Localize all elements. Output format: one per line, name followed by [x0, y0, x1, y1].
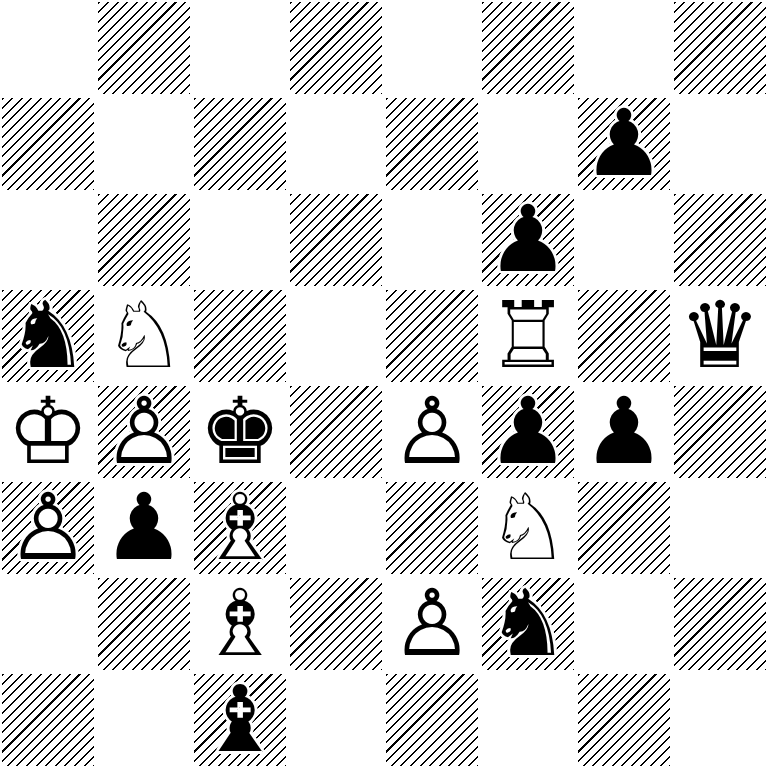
square-a5[interactable]: ♞♞	[0, 288, 96, 384]
black-knight-icon: ♞	[7, 288, 89, 384]
black-knight-icon: ♞	[487, 576, 569, 672]
white-king[interactable]: ♚♔	[0, 384, 96, 480]
square-g7[interactable]: ♟♟	[576, 96, 672, 192]
square-a3[interactable]: ♟♙	[0, 480, 96, 576]
square-b7[interactable]	[96, 96, 192, 192]
square-b4[interactable]: ♟♙	[96, 384, 192, 480]
square-h4[interactable]	[672, 384, 768, 480]
square-f1[interactable]	[480, 672, 576, 768]
square-f7[interactable]	[480, 96, 576, 192]
square-c7[interactable]	[192, 96, 288, 192]
square-c3[interactable]: ♝♗	[192, 480, 288, 576]
square-d3[interactable]	[288, 480, 384, 576]
white-pawn-icon: ♙	[103, 384, 185, 480]
square-d8[interactable]	[288, 0, 384, 96]
square-g6[interactable]	[576, 192, 672, 288]
square-h1[interactable]	[672, 672, 768, 768]
square-e8[interactable]	[384, 0, 480, 96]
square-f3[interactable]: ♞♘	[480, 480, 576, 576]
square-b8[interactable]	[96, 0, 192, 96]
square-g1[interactable]	[576, 672, 672, 768]
square-g4[interactable]: ♟♟	[576, 384, 672, 480]
square-e1[interactable]	[384, 672, 480, 768]
square-h8[interactable]	[672, 0, 768, 96]
square-a2[interactable]	[0, 576, 96, 672]
square-c8[interactable]	[192, 0, 288, 96]
square-f8[interactable]	[480, 0, 576, 96]
square-g3[interactable]	[576, 480, 672, 576]
square-d2[interactable]	[288, 576, 384, 672]
white-knight-icon: ♘	[103, 288, 185, 384]
square-g2[interactable]	[576, 576, 672, 672]
square-d6[interactable]	[288, 192, 384, 288]
black-king-icon: ♚	[199, 384, 281, 480]
square-g8[interactable]	[576, 0, 672, 96]
white-pawn-icon: ♙	[7, 480, 89, 576]
black-queen-icon: ♛	[679, 288, 761, 384]
square-e6[interactable]	[384, 192, 480, 288]
square-h6[interactable]	[672, 192, 768, 288]
square-a4[interactable]: ♚♔	[0, 384, 96, 480]
square-a1[interactable]	[0, 672, 96, 768]
square-b2[interactable]	[96, 576, 192, 672]
square-h7[interactable]	[672, 96, 768, 192]
white-bishop[interactable]: ♝♗	[194, 482, 286, 574]
square-c5[interactable]	[192, 288, 288, 384]
square-d1[interactable]	[288, 672, 384, 768]
square-d5[interactable]	[288, 288, 384, 384]
black-pawn-icon: ♟	[103, 480, 185, 576]
black-pawn-icon: ♟	[487, 192, 569, 288]
black-pawn[interactable]: ♟♟	[482, 194, 574, 286]
black-queen[interactable]: ♛♛	[672, 288, 768, 384]
black-bishop-icon: ♝	[199, 672, 281, 768]
black-king[interactable]: ♚♚	[192, 384, 288, 480]
square-d4[interactable]	[288, 384, 384, 480]
square-c1[interactable]: ♝♝	[192, 672, 288, 768]
square-g5[interactable]	[576, 288, 672, 384]
square-h3[interactable]	[672, 480, 768, 576]
square-e4[interactable]: ♟♙	[384, 384, 480, 480]
square-e7[interactable]	[384, 96, 480, 192]
square-f5[interactable]: ♜♖	[480, 288, 576, 384]
white-knight[interactable]: ♞♘	[480, 480, 576, 576]
square-h5[interactable]: ♛♛	[672, 288, 768, 384]
square-c4[interactable]: ♚♚	[192, 384, 288, 480]
white-bishop[interactable]: ♝♗	[192, 576, 288, 672]
white-pawn[interactable]: ♟♙	[384, 384, 480, 480]
white-pawn[interactable]: ♟♙	[2, 482, 94, 574]
white-rook-icon: ♖	[487, 288, 569, 384]
black-pawn-icon: ♟	[583, 384, 665, 480]
white-pawn-icon: ♙	[391, 384, 473, 480]
white-pawn-icon: ♙	[391, 576, 473, 672]
white-pawn[interactable]: ♟♙	[98, 386, 190, 478]
square-e5[interactable]	[384, 288, 480, 384]
square-d7[interactable]	[288, 96, 384, 192]
square-e2[interactable]: ♟♙	[384, 576, 480, 672]
square-f2[interactable]: ♞♞	[480, 576, 576, 672]
square-e3[interactable]	[384, 480, 480, 576]
black-pawn[interactable]: ♟♟	[578, 98, 670, 190]
black-pawn-icon: ♟	[487, 384, 569, 480]
black-pawn[interactable]: ♟♟	[96, 480, 192, 576]
black-bishop[interactable]: ♝♝	[194, 674, 286, 766]
black-knight[interactable]: ♞♞	[2, 290, 94, 382]
white-knight-icon: ♘	[487, 480, 569, 576]
black-pawn-icon: ♟	[583, 96, 665, 192]
black-pawn[interactable]: ♟♟	[576, 384, 672, 480]
square-h2[interactable]	[672, 576, 768, 672]
square-c2[interactable]: ♝♗	[192, 576, 288, 672]
chess-board: ♟♟♟♟♞♞♞♘♜♖♛♛♚♔♟♙♚♚♟♙♟♟♟♟♟♙♟♟♝♗♞♘♝♗♟♙♞♞♝♝	[0, 0, 768, 768]
white-pawn[interactable]: ♟♙	[384, 576, 480, 672]
square-b1[interactable]	[96, 672, 192, 768]
white-knight[interactable]: ♞♘	[96, 288, 192, 384]
square-f6[interactable]: ♟♟	[480, 192, 576, 288]
square-a7[interactable]	[0, 96, 96, 192]
white-bishop-icon: ♗	[199, 576, 281, 672]
black-knight[interactable]: ♞♞	[482, 578, 574, 670]
square-a6[interactable]	[0, 192, 96, 288]
square-b3[interactable]: ♟♟	[96, 480, 192, 576]
square-f4[interactable]: ♟♟	[480, 384, 576, 480]
black-pawn[interactable]: ♟♟	[482, 386, 574, 478]
white-bishop-icon: ♗	[199, 480, 281, 576]
white-rook[interactable]: ♜♖	[480, 288, 576, 384]
square-b6[interactable]	[96, 192, 192, 288]
square-c6[interactable]	[192, 192, 288, 288]
white-king-icon: ♔	[7, 384, 89, 480]
square-b5[interactable]: ♞♘	[96, 288, 192, 384]
square-a8[interactable]	[0, 0, 96, 96]
